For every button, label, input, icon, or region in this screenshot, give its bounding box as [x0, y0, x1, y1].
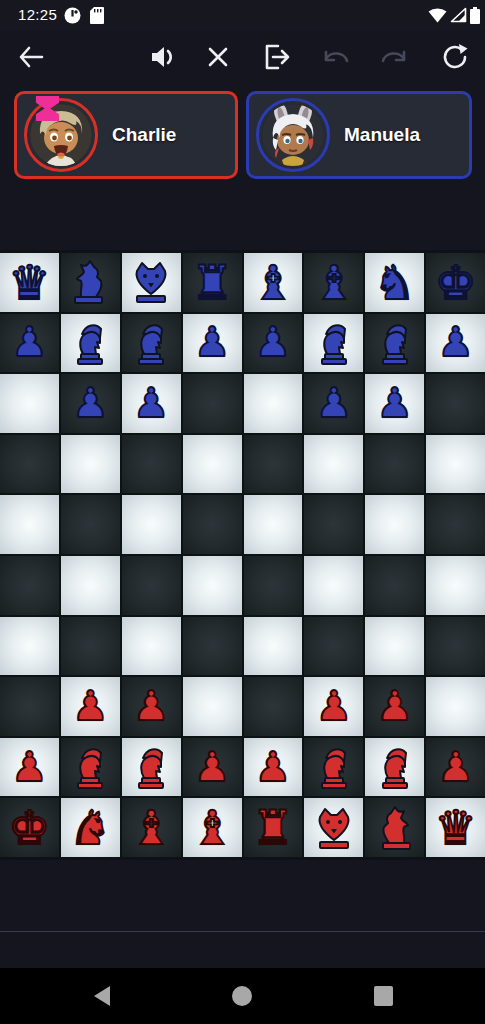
square-a2[interactable]: ♟: [0, 738, 59, 797]
square-d8[interactable]: [183, 374, 242, 433]
square-f4[interactable]: [304, 617, 363, 676]
piece-red-soldier: [310, 743, 358, 791]
square-g7[interactable]: [365, 435, 424, 494]
square-c5[interactable]: [122, 556, 181, 615]
divider-line: [0, 931, 485, 932]
square-a3[interactable]: [0, 677, 59, 736]
square-h9[interactable]: ♟: [426, 314, 485, 373]
square-c8[interactable]: ♟: [122, 374, 181, 433]
square-d5[interactable]: [183, 556, 242, 615]
wifi-icon: [428, 7, 447, 27]
square-g6[interactable]: [365, 495, 424, 554]
square-e2[interactable]: ♟: [244, 738, 303, 797]
square-d1[interactable]: ♝: [183, 798, 242, 857]
square-e1[interactable]: ♜: [244, 798, 303, 857]
square-c1[interactable]: ♝: [122, 798, 181, 857]
avatar-ring: [256, 98, 330, 172]
piece-blue-fox: [127, 258, 175, 306]
square-f5[interactable]: [304, 556, 363, 615]
square-e9[interactable]: ♟: [244, 314, 303, 373]
square-b10[interactable]: [61, 253, 120, 312]
piece-red-queen: ♛: [434, 804, 476, 851]
nav-home-icon[interactable]: [231, 985, 253, 1011]
redo-icon[interactable]: [375, 39, 413, 75]
piece-red-pawn: ♟: [72, 686, 109, 727]
square-h1[interactable]: ♛: [426, 798, 485, 857]
square-c6[interactable]: [122, 495, 181, 554]
square-e3[interactable]: [244, 677, 303, 736]
square-b1[interactable]: ♞: [61, 798, 120, 857]
piece-red-bishop: ♝: [191, 804, 233, 851]
square-h4[interactable]: [426, 617, 485, 676]
square-g9[interactable]: [365, 314, 424, 373]
square-b9[interactable]: [61, 314, 120, 373]
piece-red-knight: ♞: [69, 804, 111, 851]
square-b2[interactable]: [61, 738, 120, 797]
square-h10[interactable]: ♚: [426, 253, 485, 312]
square-g3[interactable]: ♟: [365, 677, 424, 736]
piece-red-pawn: ♟: [437, 747, 474, 788]
player-card-manuela: Manuela: [246, 91, 472, 179]
status-time: 12:25: [18, 6, 57, 23]
square-b4[interactable]: [61, 617, 120, 676]
square-g1[interactable]: [365, 798, 424, 857]
square-d3[interactable]: [183, 677, 242, 736]
piece-blue-pawn: ♟: [376, 383, 413, 424]
square-e4[interactable]: [244, 617, 303, 676]
square-a5[interactable]: [0, 556, 59, 615]
piece-blue-queen: ♛: [8, 259, 50, 306]
square-c2[interactable]: [122, 738, 181, 797]
piece-blue-soldier: [127, 319, 175, 367]
square-e7[interactable]: [244, 435, 303, 494]
leave-game-icon[interactable]: [257, 39, 295, 75]
chess-board: ♛♜♝♝♞♚♟♟♟♟♟♟♟♟♟♟♟♟♟♟♟♟♚♞♝♝♜♛: [0, 250, 485, 860]
piece-blue-soldier: [310, 319, 358, 367]
square-g5[interactable]: [365, 556, 424, 615]
square-f2[interactable]: [304, 738, 363, 797]
piece-blue-rook: ♜: [191, 259, 233, 306]
square-f1[interactable]: [304, 798, 363, 857]
piece-red-soldier: [66, 743, 114, 791]
square-d4[interactable]: [183, 617, 242, 676]
sd-card-icon: [90, 7, 104, 28]
square-a7[interactable]: [0, 435, 59, 494]
nav-recents-icon[interactable]: [373, 985, 394, 1011]
square-e6[interactable]: [244, 495, 303, 554]
piece-blue-pawn: ♟: [133, 383, 170, 424]
piece-red-fox: [310, 804, 358, 852]
piece-red-pawn: ♟: [133, 686, 170, 727]
square-d9[interactable]: ♟: [183, 314, 242, 373]
piece-blue-bishop: ♝: [313, 259, 355, 306]
piece-red-bishop: ♝: [130, 804, 172, 851]
piece-red-pawn: ♟: [11, 747, 48, 788]
cell-signal-icon: [450, 7, 467, 27]
piece-blue-pawn: ♟: [194, 322, 231, 363]
square-g4[interactable]: [365, 617, 424, 676]
piece-blue-king: ♚: [434, 259, 476, 306]
square-d7[interactable]: [183, 435, 242, 494]
piece-red-pawn: ♟: [255, 747, 292, 788]
square-f3[interactable]: ♟: [304, 677, 363, 736]
restart-icon[interactable]: [436, 39, 474, 75]
square-g8[interactable]: ♟: [365, 374, 424, 433]
square-f7[interactable]: [304, 435, 363, 494]
piece-red-pawn: ♟: [194, 747, 231, 788]
piece-blue-knight: ♞: [374, 259, 416, 306]
square-c3[interactable]: ♟: [122, 677, 181, 736]
square-c9[interactable]: [122, 314, 181, 373]
square-a10[interactable]: ♛: [0, 253, 59, 312]
square-f8[interactable]: ♟: [304, 374, 363, 433]
undo-icon[interactable]: [317, 39, 355, 75]
square-f6[interactable]: [304, 495, 363, 554]
piece-blue-pawn: ♟: [437, 322, 474, 363]
close-icon[interactable]: [199, 39, 237, 75]
square-g2[interactable]: [365, 738, 424, 797]
square-e10[interactable]: ♝: [244, 253, 303, 312]
turn-hourglass-icon: [34, 94, 61, 123]
piece-red-king: ♚: [8, 804, 50, 851]
player-name-charlie: Charlie: [112, 124, 176, 146]
square-c7[interactable]: [122, 435, 181, 494]
piece-red-wolf: [371, 804, 419, 852]
square-e8[interactable]: [244, 374, 303, 433]
piece-blue-pawn: ♟: [255, 322, 292, 363]
square-c10[interactable]: [122, 253, 181, 312]
status-bar: 12:25: [0, 0, 485, 30]
square-a1[interactable]: ♚: [0, 798, 59, 857]
square-d2[interactable]: ♟: [183, 738, 242, 797]
player-name-manuela: Manuela: [344, 124, 420, 146]
back-button[interactable]: [12, 39, 50, 75]
square-b7[interactable]: [61, 435, 120, 494]
square-d6[interactable]: [183, 495, 242, 554]
piece-red-soldier: [127, 743, 175, 791]
square-b3[interactable]: ♟: [61, 677, 120, 736]
avatar-manuela: [262, 104, 324, 166]
square-d10[interactable]: ♜: [183, 253, 242, 312]
square-a8[interactable]: [0, 374, 59, 433]
piece-red-pawn: ♟: [376, 686, 413, 727]
square-a4[interactable]: [0, 617, 59, 676]
square-b6[interactable]: [61, 495, 120, 554]
square-h5[interactable]: [426, 556, 485, 615]
piece-blue-soldier: [371, 319, 419, 367]
square-h3[interactable]: [426, 677, 485, 736]
piece-red-pawn: ♟: [315, 686, 352, 727]
sound-icon[interactable]: [143, 39, 181, 75]
player-card-charlie: Charlie: [14, 91, 238, 179]
square-c4[interactable]: [122, 617, 181, 676]
square-g10[interactable]: ♞: [365, 253, 424, 312]
square-h8[interactable]: [426, 374, 485, 433]
piece-red-rook: ♜: [252, 804, 294, 851]
piece-blue-pawn: ♟: [315, 383, 352, 424]
square-h6[interactable]: [426, 495, 485, 554]
piece-blue-pawn: ♟: [11, 322, 48, 363]
piece-blue-soldier: [66, 319, 114, 367]
square-a6[interactable]: [0, 495, 59, 554]
square-b8[interactable]: ♟: [61, 374, 120, 433]
piece-blue-pawn: ♟: [72, 383, 109, 424]
piece-blue-wolf: [66, 258, 114, 306]
square-f9[interactable]: [304, 314, 363, 373]
battery-icon: [470, 7, 480, 28]
square-f10[interactable]: ♝: [304, 253, 363, 312]
piece-blue-bishop: ♝: [252, 259, 294, 306]
piece-red-soldier: [371, 743, 419, 791]
square-e5[interactable]: [244, 556, 303, 615]
clock-icon: [64, 7, 81, 28]
nav-back-icon[interactable]: [92, 985, 112, 1011]
android-nav-bar: [0, 968, 485, 1024]
square-h7[interactable]: [426, 435, 485, 494]
square-h2[interactable]: ♟: [426, 738, 485, 797]
square-a9[interactable]: ♟: [0, 314, 59, 373]
square-b5[interactable]: [61, 556, 120, 615]
